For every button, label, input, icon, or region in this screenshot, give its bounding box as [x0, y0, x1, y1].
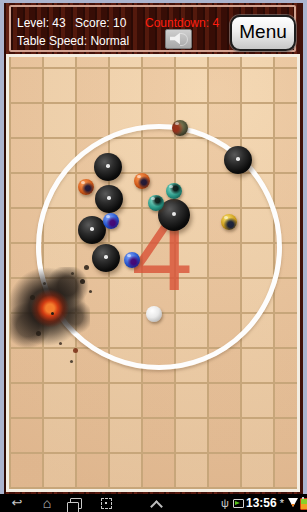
gold-marble: [221, 214, 237, 230]
bluetooth-icon: *: [278, 494, 286, 512]
camo-marble: [172, 120, 188, 136]
white-ball[interactable]: [146, 306, 162, 322]
smart-view-icon: [233, 499, 244, 508]
screenshot-icon[interactable]: [101, 498, 112, 509]
black-ball: [92, 244, 120, 272]
menu-button[interactable]: Menu: [230, 15, 296, 51]
teal-marble: [166, 183, 182, 199]
speaker-wave-icon: [180, 33, 188, 46]
score-label: Score: 10: [75, 16, 126, 30]
usb-icon: ψ: [219, 494, 231, 512]
sound-toggle-button[interactable]: [165, 29, 192, 49]
back-icon[interactable]: ↩: [8, 494, 26, 512]
orange-marble: [78, 179, 94, 195]
level-label: Level: 43: [17, 16, 66, 30]
blue-marble: [103, 213, 119, 229]
table-speed-label: Table Speed: Normal: [17, 34, 129, 48]
black-ball: [95, 185, 123, 213]
blue-marble: [124, 252, 140, 268]
black-ball: [224, 146, 252, 174]
home-icon[interactable]: ⌂: [38, 494, 56, 512]
wifi-icon: [288, 498, 298, 507]
explosion-effect: [10, 267, 90, 353]
keyboard-hide-icon[interactable]: [150, 500, 163, 512]
clock: 13:56: [246, 494, 277, 512]
orange-marble: [134, 173, 150, 189]
explosion-debris: [51, 312, 54, 315]
marble-table[interactable]: 4: [6, 54, 300, 492]
countdown-label: Countdown: 4: [145, 16, 219, 30]
recent-apps-icon[interactable]: [70, 498, 82, 509]
black-ball: [78, 216, 106, 244]
black-ball: [94, 153, 122, 181]
android-nav-bar: ↩ ⌂ ψ 13:56 *: [0, 494, 307, 512]
battery-icon: [300, 498, 307, 510]
wood-background: Level: 43 Score: 10 Countdown: 4 Table S…: [4, 3, 303, 494]
teal-marble: [148, 195, 164, 211]
game-screen: Level: 43 Score: 10 Countdown: 4 Table S…: [0, 0, 307, 512]
header-bar: Level: 43 Score: 10 Countdown: 4 Table S…: [9, 5, 296, 52]
